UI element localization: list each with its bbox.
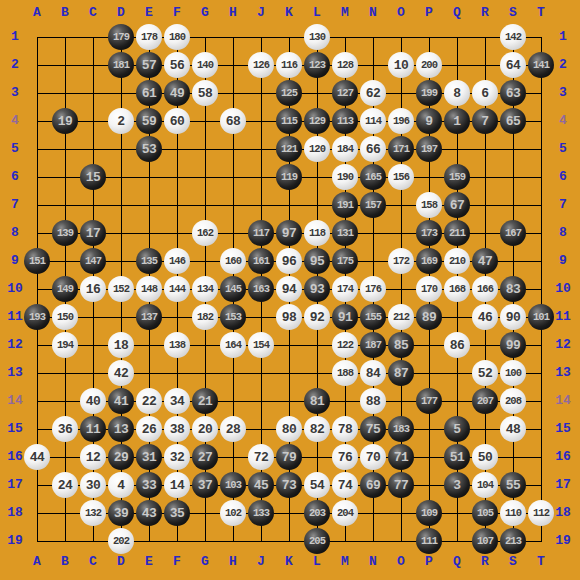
- row-label-right: 4: [549, 111, 577, 131]
- black-stone-L10[interactable]: 93: [304, 276, 330, 302]
- white-stone-R11[interactable]: 46: [472, 304, 498, 330]
- black-stone-R14[interactable]: 207: [472, 388, 498, 414]
- white-stone-J2[interactable]: 126: [248, 52, 274, 78]
- black-stone-L9[interactable]: 95: [304, 248, 330, 274]
- white-stone-O11[interactable]: 212: [388, 304, 414, 330]
- black-stone-Q16[interactable]: 51: [444, 444, 470, 470]
- white-stone-N4[interactable]: 114: [360, 108, 386, 134]
- column-label-bottom: R: [471, 552, 499, 572]
- row-label-left: 14: [1, 391, 29, 411]
- column-label-top: O: [387, 3, 415, 23]
- row-label-right: 6: [549, 167, 577, 187]
- black-stone-S19[interactable]: 213: [500, 528, 526, 554]
- black-stone-S3[interactable]: 63: [500, 80, 526, 106]
- white-stone-B12[interactable]: 194: [52, 332, 78, 358]
- white-stone-R16[interactable]: 50: [472, 444, 498, 470]
- column-label-top: D: [107, 3, 135, 23]
- black-stone-P8[interactable]: 173: [416, 220, 442, 246]
- black-stone-O17[interactable]: 77: [388, 472, 414, 498]
- black-stone-T2[interactable]: 141: [528, 52, 554, 78]
- black-stone-E5[interactable]: 53: [136, 136, 162, 162]
- column-label-bottom: L: [303, 552, 331, 572]
- white-stone-C17[interactable]: 30: [80, 472, 106, 498]
- white-stone-B17[interactable]: 24: [52, 472, 78, 498]
- column-label-bottom: M: [331, 552, 359, 572]
- white-stone-N3[interactable]: 62: [360, 80, 386, 106]
- white-stone-M2[interactable]: 128: [332, 52, 358, 78]
- white-stone-Q3[interactable]: 8: [444, 80, 470, 106]
- white-stone-G10[interactable]: 134: [192, 276, 218, 302]
- column-label-bottom: E: [135, 552, 163, 572]
- black-stone-E9[interactable]: 135: [136, 248, 162, 274]
- row-label-left: 19: [1, 531, 29, 551]
- white-stone-N14[interactable]: 88: [360, 388, 386, 414]
- white-stone-K2[interactable]: 116: [276, 52, 302, 78]
- black-stone-M4[interactable]: 113: [332, 108, 358, 134]
- white-stone-F14[interactable]: 34: [164, 388, 190, 414]
- column-label-top: G: [191, 3, 219, 23]
- white-stone-F1[interactable]: 180: [164, 24, 190, 50]
- column-label-bottom: N: [359, 552, 387, 572]
- column-label-bottom: B: [51, 552, 79, 572]
- black-stone-N12[interactable]: 187: [360, 332, 386, 358]
- black-stone-O16[interactable]: 71: [388, 444, 414, 470]
- black-stone-K16[interactable]: 79: [276, 444, 302, 470]
- white-stone-L5[interactable]: 120: [304, 136, 330, 162]
- white-stone-P7[interactable]: 158: [416, 192, 442, 218]
- white-stone-F16[interactable]: 32: [164, 444, 190, 470]
- white-stone-G11[interactable]: 182: [192, 304, 218, 330]
- white-stone-G2[interactable]: 140: [192, 52, 218, 78]
- black-stone-E2[interactable]: 57: [136, 52, 162, 78]
- black-stone-H11[interactable]: 153: [220, 304, 246, 330]
- black-stone-E4[interactable]: 59: [136, 108, 162, 134]
- white-stone-D13[interactable]: 42: [108, 360, 134, 386]
- row-label-right: 3: [549, 83, 577, 103]
- row-label-left: 18: [1, 503, 29, 523]
- black-stone-A9[interactable]: 151: [24, 248, 50, 274]
- black-stone-G17[interactable]: 37: [192, 472, 218, 498]
- black-stone-P11[interactable]: 89: [416, 304, 442, 330]
- black-stone-O5[interactable]: 171: [388, 136, 414, 162]
- black-stone-R4[interactable]: 7: [472, 108, 498, 134]
- row-label-left: 17: [1, 475, 29, 495]
- black-stone-N7[interactable]: 157: [360, 192, 386, 218]
- white-stone-E1[interactable]: 178: [136, 24, 162, 50]
- row-label-left: 2: [1, 55, 29, 75]
- white-stone-H12[interactable]: 164: [220, 332, 246, 358]
- column-label-bottom: O: [387, 552, 415, 572]
- black-stone-P19[interactable]: 111: [416, 528, 442, 554]
- black-stone-D15[interactable]: 13: [108, 416, 134, 442]
- white-stone-D12[interactable]: 18: [108, 332, 134, 358]
- row-label-right: 5: [549, 139, 577, 159]
- black-stone-C8[interactable]: 17: [80, 220, 106, 246]
- white-stone-J16[interactable]: 72: [248, 444, 274, 470]
- white-stone-S15[interactable]: 48: [500, 416, 526, 442]
- white-stone-K11[interactable]: 98: [276, 304, 302, 330]
- black-stone-N15[interactable]: 75: [360, 416, 386, 442]
- column-label-top: C: [79, 3, 107, 23]
- black-stone-R18[interactable]: 105: [472, 500, 498, 526]
- black-stone-G16[interactable]: 27: [192, 444, 218, 470]
- row-label-right: 10: [549, 279, 577, 299]
- white-stone-D17[interactable]: 4: [108, 472, 134, 498]
- black-stone-D1[interactable]: 179: [108, 24, 134, 50]
- black-stone-M9[interactable]: 175: [332, 248, 358, 274]
- white-stone-P10[interactable]: 170: [416, 276, 442, 302]
- white-stone-M12[interactable]: 122: [332, 332, 358, 358]
- white-stone-Q12[interactable]: 86: [444, 332, 470, 358]
- black-stone-L18[interactable]: 203: [304, 500, 330, 526]
- black-stone-F18[interactable]: 35: [164, 500, 190, 526]
- column-label-top: H: [219, 3, 247, 23]
- black-stone-E16[interactable]: 31: [136, 444, 162, 470]
- row-label-left: 1: [1, 27, 29, 47]
- white-stone-A16[interactable]: 44: [24, 444, 50, 470]
- black-stone-P18[interactable]: 109: [416, 500, 442, 526]
- white-stone-O9[interactable]: 172: [388, 248, 414, 274]
- black-stone-O15[interactable]: 183: [388, 416, 414, 442]
- column-label-bottom: G: [191, 552, 219, 572]
- column-label-bottom: J: [247, 552, 275, 572]
- black-stone-S4[interactable]: 65: [500, 108, 526, 134]
- black-stone-O12[interactable]: 85: [388, 332, 414, 358]
- white-stone-S1[interactable]: 142: [500, 24, 526, 50]
- go-board: AABBCCDDEEFFGGHHJJKKLLMMNNOOPPQQRRSSTT11…: [0, 0, 580, 580]
- black-stone-S12[interactable]: 99: [500, 332, 526, 358]
- white-stone-S18[interactable]: 110: [500, 500, 526, 526]
- black-stone-E3[interactable]: 61: [136, 80, 162, 106]
- white-stone-F4[interactable]: 60: [164, 108, 190, 134]
- white-stone-Q10[interactable]: 168: [444, 276, 470, 302]
- black-stone-J18[interactable]: 133: [248, 500, 274, 526]
- black-stone-K17[interactable]: 73: [276, 472, 302, 498]
- white-stone-C10[interactable]: 16: [80, 276, 106, 302]
- black-stone-H17[interactable]: 103: [220, 472, 246, 498]
- white-stone-P2[interactable]: 200: [416, 52, 442, 78]
- white-stone-G15[interactable]: 20: [192, 416, 218, 442]
- black-stone-Q15[interactable]: 5: [444, 416, 470, 442]
- column-label-top: N: [359, 3, 387, 23]
- black-stone-F3[interactable]: 49: [164, 80, 190, 106]
- black-stone-D18[interactable]: 39: [108, 500, 134, 526]
- black-stone-S8[interactable]: 167: [500, 220, 526, 246]
- black-stone-S17[interactable]: 55: [500, 472, 526, 498]
- black-stone-P4[interactable]: 9: [416, 108, 442, 134]
- white-stone-D10[interactable]: 152: [108, 276, 134, 302]
- column-label-top: P: [415, 3, 443, 23]
- column-label-bottom: S: [499, 552, 527, 572]
- row-label-right: 1: [549, 27, 577, 47]
- black-stone-P3[interactable]: 199: [416, 80, 442, 106]
- black-stone-H10[interactable]: 145: [220, 276, 246, 302]
- white-stone-C14[interactable]: 40: [80, 388, 106, 414]
- column-label-bottom: Q: [443, 552, 471, 572]
- white-stone-M10[interactable]: 174: [332, 276, 358, 302]
- black-stone-T11[interactable]: 101: [528, 304, 554, 330]
- black-stone-Q4[interactable]: 1: [444, 108, 470, 134]
- white-stone-O4[interactable]: 196: [388, 108, 414, 134]
- black-stone-J8[interactable]: 117: [248, 220, 274, 246]
- white-stone-M6[interactable]: 190: [332, 164, 358, 190]
- white-stone-H9[interactable]: 160: [220, 248, 246, 274]
- grid-vline: [541, 37, 542, 542]
- black-stone-J10[interactable]: 163: [248, 276, 274, 302]
- column-label-top: L: [303, 3, 331, 23]
- white-stone-N5[interactable]: 66: [360, 136, 386, 162]
- white-stone-M16[interactable]: 76: [332, 444, 358, 470]
- white-stone-H18[interactable]: 102: [220, 500, 246, 526]
- black-stone-N17[interactable]: 69: [360, 472, 386, 498]
- white-stone-S2[interactable]: 64: [500, 52, 526, 78]
- black-stone-N6[interactable]: 165: [360, 164, 386, 190]
- white-stone-B11[interactable]: 150: [52, 304, 78, 330]
- black-stone-J17[interactable]: 45: [248, 472, 274, 498]
- white-stone-M17[interactable]: 74: [332, 472, 358, 498]
- column-label-bottom: C: [79, 552, 107, 572]
- white-stone-R10[interactable]: 166: [472, 276, 498, 302]
- row-label-left: 15: [1, 419, 29, 439]
- column-label-top: A: [23, 3, 51, 23]
- white-stone-E14[interactable]: 22: [136, 388, 162, 414]
- white-stone-F9[interactable]: 146: [164, 248, 190, 274]
- white-stone-H4[interactable]: 68: [220, 108, 246, 134]
- white-stone-K15[interactable]: 80: [276, 416, 302, 442]
- column-label-bottom: H: [219, 552, 247, 572]
- row-label-right: 17: [549, 475, 577, 495]
- column-label-bottom: D: [107, 552, 135, 572]
- column-label-top: R: [471, 3, 499, 23]
- white-stone-S13[interactable]: 100: [500, 360, 526, 386]
- black-stone-D14[interactable]: 41: [108, 388, 134, 414]
- white-stone-L11[interactable]: 92: [304, 304, 330, 330]
- row-label-right: 19: [549, 531, 577, 551]
- black-stone-R9[interactable]: 47: [472, 248, 498, 274]
- white-stone-C16[interactable]: 12: [80, 444, 106, 470]
- black-stone-K5[interactable]: 121: [276, 136, 302, 162]
- black-stone-Q6[interactable]: 159: [444, 164, 470, 190]
- row-label-left: 5: [1, 139, 29, 159]
- black-stone-L4[interactable]: 129: [304, 108, 330, 134]
- row-label-right: 8: [549, 223, 577, 243]
- column-label-bottom: F: [163, 552, 191, 572]
- white-stone-M5[interactable]: 184: [332, 136, 358, 162]
- white-stone-D19[interactable]: 202: [108, 528, 134, 554]
- black-stone-Q8[interactable]: 211: [444, 220, 470, 246]
- white-stone-S11[interactable]: 90: [500, 304, 526, 330]
- white-stone-O2[interactable]: 10: [388, 52, 414, 78]
- black-stone-K6[interactable]: 119: [276, 164, 302, 190]
- white-stone-D4[interactable]: 2: [108, 108, 134, 134]
- column-label-top: T: [527, 3, 555, 23]
- white-stone-R3[interactable]: 6: [472, 80, 498, 106]
- white-stone-N16[interactable]: 70: [360, 444, 386, 470]
- column-label-top: M: [331, 3, 359, 23]
- black-stone-E11[interactable]: 137: [136, 304, 162, 330]
- white-stone-B15[interactable]: 36: [52, 416, 78, 442]
- white-stone-L1[interactable]: 130: [304, 24, 330, 50]
- black-stone-A11[interactable]: 193: [24, 304, 50, 330]
- black-stone-K4[interactable]: 115: [276, 108, 302, 134]
- column-label-bottom: A: [23, 552, 51, 572]
- row-label-right: 7: [549, 195, 577, 215]
- row-label-right: 16: [549, 447, 577, 467]
- black-stone-C9[interactable]: 147: [80, 248, 106, 274]
- black-stone-G14[interactable]: 21: [192, 388, 218, 414]
- white-stone-G3[interactable]: 58: [192, 80, 218, 106]
- row-label-left: 4: [1, 111, 29, 131]
- white-stone-Q9[interactable]: 210: [444, 248, 470, 274]
- row-label-left: 8: [1, 223, 29, 243]
- column-label-top: J: [247, 3, 275, 23]
- column-label-top: S: [499, 3, 527, 23]
- black-stone-B8[interactable]: 139: [52, 220, 78, 246]
- white-stone-L8[interactable]: 118: [304, 220, 330, 246]
- column-label-top: B: [51, 3, 79, 23]
- white-stone-J12[interactable]: 154: [248, 332, 274, 358]
- white-stone-L15[interactable]: 82: [304, 416, 330, 442]
- black-stone-C15[interactable]: 11: [80, 416, 106, 442]
- row-label-left: 6: [1, 167, 29, 187]
- black-stone-M8[interactable]: 131: [332, 220, 358, 246]
- black-stone-Q7[interactable]: 67: [444, 192, 470, 218]
- black-stone-B10[interactable]: 149: [52, 276, 78, 302]
- white-stone-M18[interactable]: 204: [332, 500, 358, 526]
- white-stone-F12[interactable]: 138: [164, 332, 190, 358]
- row-label-right: 13: [549, 363, 577, 383]
- row-label-left: 13: [1, 363, 29, 383]
- white-stone-M15[interactable]: 78: [332, 416, 358, 442]
- white-stone-M13[interactable]: 188: [332, 360, 358, 386]
- white-stone-G8[interactable]: 162: [192, 220, 218, 246]
- black-stone-P5[interactable]: 197: [416, 136, 442, 162]
- white-stone-R13[interactable]: 52: [472, 360, 498, 386]
- black-stone-N11[interactable]: 155: [360, 304, 386, 330]
- white-stone-F17[interactable]: 14: [164, 472, 190, 498]
- white-stone-F2[interactable]: 56: [164, 52, 190, 78]
- white-stone-K9[interactable]: 96: [276, 248, 302, 274]
- black-stone-L19[interactable]: 205: [304, 528, 330, 554]
- black-stone-K3[interactable]: 125: [276, 80, 302, 106]
- column-label-top: K: [275, 3, 303, 23]
- black-stone-Q17[interactable]: 3: [444, 472, 470, 498]
- black-stone-C6[interactable]: 15: [80, 164, 106, 190]
- white-stone-N10[interactable]: 176: [360, 276, 386, 302]
- white-stone-E10[interactable]: 148: [136, 276, 162, 302]
- row-label-right: 12: [549, 335, 577, 355]
- white-stone-L17[interactable]: 54: [304, 472, 330, 498]
- white-stone-E15[interactable]: 26: [136, 416, 162, 442]
- black-stone-M11[interactable]: 91: [332, 304, 358, 330]
- black-stone-D16[interactable]: 29: [108, 444, 134, 470]
- column-label-top: F: [163, 3, 191, 23]
- black-stone-O13[interactable]: 87: [388, 360, 414, 386]
- white-stone-R17[interactable]: 104: [472, 472, 498, 498]
- column-label-top: E: [135, 3, 163, 23]
- black-stone-R19[interactable]: 107: [472, 528, 498, 554]
- white-stone-C18[interactable]: 132: [80, 500, 106, 526]
- white-stone-F10[interactable]: 144: [164, 276, 190, 302]
- row-label-right: 14: [549, 391, 577, 411]
- white-stone-F15[interactable]: 38: [164, 416, 190, 442]
- black-stone-D2[interactable]: 181: [108, 52, 134, 78]
- white-stone-O6[interactable]: 156: [388, 164, 414, 190]
- column-label-bottom: K: [275, 552, 303, 572]
- black-stone-E18[interactable]: 43: [136, 500, 162, 526]
- black-stone-J9[interactable]: 161: [248, 248, 274, 274]
- row-label-right: 15: [549, 419, 577, 439]
- white-stone-K10[interactable]: 94: [276, 276, 302, 302]
- black-stone-M7[interactable]: 191: [332, 192, 358, 218]
- black-stone-P9[interactable]: 169: [416, 248, 442, 274]
- row-label-left: 12: [1, 335, 29, 355]
- row-label-right: 9: [549, 251, 577, 271]
- black-stone-S10[interactable]: 83: [500, 276, 526, 302]
- black-stone-P14[interactable]: 177: [416, 388, 442, 414]
- row-label-left: 7: [1, 195, 29, 215]
- column-label-bottom: P: [415, 552, 443, 572]
- black-stone-E17[interactable]: 33: [136, 472, 162, 498]
- column-label-bottom: T: [527, 552, 555, 572]
- black-stone-B4[interactable]: 19: [52, 108, 78, 134]
- row-label-left: 10: [1, 279, 29, 299]
- black-stone-L2[interactable]: 123: [304, 52, 330, 78]
- row-label-left: 3: [1, 83, 29, 103]
- white-stone-S14[interactable]: 208: [500, 388, 526, 414]
- black-stone-K8[interactable]: 97: [276, 220, 302, 246]
- white-stone-T18[interactable]: 112: [528, 500, 554, 526]
- column-label-top: Q: [443, 3, 471, 23]
- black-stone-M3[interactable]: 127: [332, 80, 358, 106]
- white-stone-N13[interactable]: 84: [360, 360, 386, 386]
- white-stone-H15[interactable]: 28: [220, 416, 246, 442]
- black-stone-L14[interactable]: 81: [304, 388, 330, 414]
